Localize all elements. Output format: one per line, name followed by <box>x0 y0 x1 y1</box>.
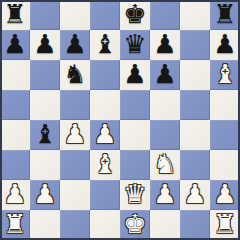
square-f2[interactable]: ♟ <box>150 180 180 210</box>
black-bishop[interactable]: ♝ <box>33 119 56 149</box>
white-pawn[interactable]: ♟ <box>93 119 116 149</box>
square-g2[interactable]: ♟ <box>180 180 210 210</box>
square-f8[interactable] <box>150 0 180 30</box>
square-g4[interactable] <box>180 120 210 150</box>
square-e5[interactable] <box>120 90 150 120</box>
white-pawn[interactable]: ♟ <box>213 179 236 209</box>
square-h1[interactable]: ♜ <box>210 210 240 240</box>
square-b6[interactable] <box>30 60 60 90</box>
black-pawn[interactable]: ♟ <box>153 29 176 59</box>
square-e4[interactable] <box>120 120 150 150</box>
square-e3[interactable] <box>120 150 150 180</box>
square-e7[interactable]: ♛ <box>120 30 150 60</box>
square-a7[interactable]: ♟ <box>0 30 30 60</box>
square-d6[interactable] <box>90 60 120 90</box>
square-a3[interactable] <box>0 150 30 180</box>
square-b7[interactable]: ♟ <box>30 30 60 60</box>
chess-board: ♜♚♜♟♟♟♝♛♟♟♞♟♟♝♝♟♟♝♞♟♟♛♟♟♟♜♚♜ <box>0 0 240 240</box>
square-d1[interactable] <box>90 210 120 240</box>
square-d5[interactable] <box>90 90 120 120</box>
white-pawn[interactable]: ♟ <box>153 179 176 209</box>
black-rook[interactable]: ♜ <box>3 0 26 29</box>
square-c7[interactable]: ♟ <box>60 30 90 60</box>
black-knight[interactable]: ♞ <box>63 59 86 89</box>
square-h7[interactable]: ♟ <box>210 30 240 60</box>
square-b2[interactable]: ♟ <box>30 180 60 210</box>
square-f3[interactable]: ♞ <box>150 150 180 180</box>
square-h2[interactable]: ♟ <box>210 180 240 210</box>
black-pawn[interactable]: ♟ <box>123 59 146 89</box>
square-a5[interactable] <box>0 90 30 120</box>
square-h6[interactable]: ♝ <box>210 60 240 90</box>
square-c4[interactable]: ♟ <box>60 120 90 150</box>
square-b1[interactable] <box>30 210 60 240</box>
square-b3[interactable] <box>30 150 60 180</box>
black-queen[interactable]: ♛ <box>123 29 146 59</box>
square-f6[interactable]: ♟ <box>150 60 180 90</box>
square-c2[interactable] <box>60 180 90 210</box>
square-a2[interactable]: ♟ <box>0 180 30 210</box>
square-f1[interactable] <box>150 210 180 240</box>
square-e2[interactable]: ♛ <box>120 180 150 210</box>
white-pawn[interactable]: ♟ <box>33 179 56 209</box>
square-g8[interactable] <box>180 0 210 30</box>
white-pawn[interactable]: ♟ <box>63 119 86 149</box>
white-pawn[interactable]: ♟ <box>183 179 206 209</box>
square-g1[interactable] <box>180 210 210 240</box>
square-c6[interactable]: ♞ <box>60 60 90 90</box>
black-pawn[interactable]: ♟ <box>3 29 26 59</box>
white-king[interactable]: ♚ <box>123 209 146 239</box>
square-g5[interactable] <box>180 90 210 120</box>
white-bishop[interactable]: ♝ <box>213 59 236 89</box>
white-rook[interactable]: ♜ <box>213 209 236 239</box>
black-pawn[interactable]: ♟ <box>63 29 86 59</box>
square-c8[interactable] <box>60 0 90 30</box>
square-d2[interactable] <box>90 180 120 210</box>
black-pawn[interactable]: ♟ <box>33 29 56 59</box>
square-f5[interactable] <box>150 90 180 120</box>
square-a4[interactable] <box>0 120 30 150</box>
black-king[interactable]: ♚ <box>123 0 146 29</box>
square-c5[interactable] <box>60 90 90 120</box>
square-c1[interactable] <box>60 210 90 240</box>
white-rook[interactable]: ♜ <box>3 209 26 239</box>
square-h3[interactable] <box>210 150 240 180</box>
square-h8[interactable]: ♜ <box>210 0 240 30</box>
square-b8[interactable] <box>30 0 60 30</box>
square-e1[interactable]: ♚ <box>120 210 150 240</box>
square-b5[interactable] <box>30 90 60 120</box>
square-c3[interactable] <box>60 150 90 180</box>
black-rook[interactable]: ♜ <box>213 0 236 29</box>
square-g6[interactable] <box>180 60 210 90</box>
square-d3[interactable]: ♝ <box>90 150 120 180</box>
square-g7[interactable] <box>180 30 210 60</box>
square-g3[interactable] <box>180 150 210 180</box>
black-pawn[interactable]: ♟ <box>153 59 176 89</box>
square-a6[interactable] <box>0 60 30 90</box>
square-d7[interactable]: ♝ <box>90 30 120 60</box>
square-h4[interactable] <box>210 120 240 150</box>
square-b4[interactable]: ♝ <box>30 120 60 150</box>
black-pawn[interactable]: ♟ <box>213 29 236 59</box>
square-e6[interactable]: ♟ <box>120 60 150 90</box>
white-pawn[interactable]: ♟ <box>3 179 26 209</box>
white-queen[interactable]: ♛ <box>123 179 146 209</box>
square-f7[interactable]: ♟ <box>150 30 180 60</box>
square-h5[interactable] <box>210 90 240 120</box>
square-f4[interactable] <box>150 120 180 150</box>
square-e8[interactable]: ♚ <box>120 0 150 30</box>
board-grid: ♜♚♜♟♟♟♝♛♟♟♞♟♟♝♝♟♟♝♞♟♟♛♟♟♟♜♚♜ <box>0 0 240 240</box>
square-a1[interactable]: ♜ <box>0 210 30 240</box>
black-bishop[interactable]: ♝ <box>93 29 116 59</box>
white-bishop[interactable]: ♝ <box>93 149 116 179</box>
square-d8[interactable] <box>90 0 120 30</box>
square-a8[interactable]: ♜ <box>0 0 30 30</box>
square-d4[interactable]: ♟ <box>90 120 120 150</box>
white-knight[interactable]: ♞ <box>153 149 176 179</box>
